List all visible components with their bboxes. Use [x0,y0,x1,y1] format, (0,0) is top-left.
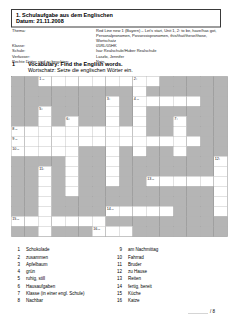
word-list-item-8: 8Nachbar [12,297,112,304]
answer-cell[interactable] [66,177,80,187]
blocked-cell [174,157,188,167]
blocked-cell [147,117,161,127]
meta-label: Schule: [12,49,96,54]
blocked-cell [12,107,26,117]
blocked-cell [79,97,93,107]
word-number: 8 [12,297,26,304]
blocked-cell [52,167,66,177]
blocked-cell [79,167,93,177]
answer-cell[interactable] [174,97,188,107]
blocked-cell [214,97,228,107]
blocked-cell [133,157,147,167]
answer-cell[interactable] [120,77,134,87]
blocked-cell [160,107,174,117]
blocked-cell [66,107,80,117]
word-text: Nachbar [26,297,112,304]
answer-cell[interactable] [39,127,53,137]
blocked-cell [214,217,228,227]
word-number: 12 [114,268,128,275]
word-list-item-3: 3Apfelbaum [12,261,112,268]
blocked-cell [174,197,188,207]
answer-cell[interactable] [39,147,53,157]
blocked-cell [79,107,93,117]
crossword-grid: 1→2↓3↓4→5↓6↓7↓8→9→10→12↓11↓13→14→15→16→ [11,76,228,237]
blocked-cell [174,107,188,117]
blocked-cell [25,77,39,87]
answer-cell[interactable] [79,217,93,227]
word-list-item-11: 11Bruder [114,261,219,268]
answer-cell[interactable]: 13→ [147,177,161,187]
blocked-cell [201,137,215,147]
answer-cell[interactable] [25,217,39,227]
word-text: fertig, bereit [128,282,219,289]
blocked-cell [52,207,66,217]
answer-cell[interactable] [187,177,201,187]
answer-cell[interactable]: 12↓ [214,157,228,167]
blocked-cell [52,187,66,197]
blocked-cell [52,97,66,107]
answer-cell[interactable]: 11↓ [39,167,53,177]
blocked-cell [79,207,93,217]
answer-cell[interactable] [133,207,147,217]
blocked-cell [120,107,134,117]
answer-cell[interactable] [214,167,228,177]
blocked-cell [120,167,134,177]
answer-cell[interactable] [174,127,188,137]
answer-cell[interactable] [133,127,147,137]
worksheet-date: Datum: 21.11.2008 [16,18,216,25]
clue-number-9: 9→ [12,137,18,142]
blocked-cell [52,157,66,167]
answer-cell[interactable] [214,197,228,207]
blocked-cell [120,177,134,187]
word-number: 2 [12,253,26,260]
answer-cell[interactable] [106,147,120,157]
blocked-cell [160,127,174,137]
clue-number-14: 14→ [107,207,114,212]
answer-cell[interactable] [66,137,80,147]
blocked-cell [52,177,66,187]
answer-cell[interactable] [106,177,120,187]
blocked-cell [93,167,107,177]
answer-cell[interactable] [66,147,80,157]
blocked-cell [93,107,107,117]
blocked-cell [25,227,39,237]
answer-cell[interactable] [93,127,107,137]
blocked-cell [187,227,201,237]
blocked-cell [79,227,93,237]
answer-cell[interactable] [39,117,53,127]
blocked-cell [187,187,201,197]
answer-cell[interactable] [66,127,80,137]
clue-number-8: 8→ [12,127,18,132]
clue-number-15: 15→ [12,217,19,222]
answer-cell[interactable] [147,97,161,107]
word-text: Katze [128,297,219,304]
blocked-cell [160,197,174,207]
blocked-cell [160,167,174,177]
blocked-cell [25,207,39,217]
answer-cell[interactable] [39,207,53,217]
blocked-cell [174,77,188,87]
word-number: 3 [12,261,26,268]
blocked-cell [187,217,201,227]
blocked-cell [12,197,26,207]
word-list-item-9: 9am Nachmittag [114,246,219,253]
word-text: Hausaufgaben [26,282,112,289]
answer-cell[interactable] [147,137,161,147]
blocked-cell [201,97,215,107]
blocked-cell [201,217,215,227]
answer-cell[interactable] [133,117,147,127]
answer-cell[interactable] [39,137,53,147]
word-text: Klasse (in einer engl. Schule) [26,290,112,297]
blocked-cell [93,157,107,167]
clue-number-2: 2↓ [134,77,138,82]
word-text: zu Hause [128,268,219,275]
answer-cell[interactable]: 4→ [133,97,147,107]
word-number: 6 [12,282,26,289]
answer-cell[interactable]: 10→ [12,147,26,157]
blocked-cell [187,107,201,117]
answer-cell[interactable] [106,167,120,177]
word-text: Küche [128,290,219,297]
clue-number-16: 16→ [93,227,100,232]
word-text: Bruder [128,261,219,268]
answer-cell[interactable] [160,97,174,107]
answer-cell[interactable] [79,137,93,147]
answer-cell[interactable]: 7↓ [174,117,188,127]
answer-cell[interactable] [39,187,53,197]
word-text: Fahrrad [128,253,219,260]
answer-cell[interactable] [25,137,39,147]
blocked-cell [187,147,201,157]
blocked-cell [147,87,161,97]
blocked-cell [174,187,188,197]
blocked-cell [201,77,215,87]
clue-number-3: 3↓ [107,97,111,102]
answer-cell[interactable] [174,137,188,147]
answer-cell[interactable] [25,127,39,137]
answer-cell[interactable] [174,147,188,157]
blocked-cell [12,207,26,217]
answer-cell[interactable] [106,117,120,127]
answer-cell[interactable] [66,77,80,87]
answer-cell[interactable]: 6↓ [66,117,80,127]
meta-row-schule: Schule: Isar Realschule/Huber Realschule [12,49,222,54]
meta-value: Red Line new 1 (Bayern) – Let's start, U… [96,29,219,43]
answer-cell[interactable] [120,127,134,137]
blocked-cell [93,187,107,197]
blocked-cell [187,87,201,97]
blocked-cell [174,207,188,217]
blocked-cell [25,117,39,127]
blocked-cell [214,77,228,87]
meta-label: Thema: [12,29,96,43]
task-heading: 1 Vocabulary: Find the English words. Wo… [12,61,133,74]
blocked-cell [147,157,161,167]
blocked-cell [66,197,80,207]
blocked-cell [12,187,26,197]
blocked-cell [214,117,228,127]
blocked-cell [120,187,134,197]
blocked-cell [201,87,215,97]
answer-cell[interactable] [39,227,53,237]
blocked-cell [147,217,161,227]
answer-cell[interactable] [79,127,93,137]
blocked-cell [147,187,161,197]
blocked-cell [25,107,39,117]
clue-number-1: 1→ [39,77,45,82]
blocked-cell [12,157,26,167]
answer-cell[interactable] [52,77,66,87]
word-number: 14 [114,282,128,289]
word-text: ruhig, still [26,275,112,282]
blocked-cell [25,87,39,97]
answer-cell[interactable] [79,77,93,87]
word-list-item-7: 7Klasse (in einer engl. Schule) [12,290,112,297]
word-number: 13 [114,275,128,282]
blocked-cell [120,217,134,227]
blocked-cell [25,167,39,177]
blocked-cell [174,87,188,97]
answer-cell[interactable] [39,217,53,227]
blocked-cell [214,87,228,97]
blocked-cell [201,157,215,167]
blocked-cell [52,87,66,97]
blocked-cell [133,177,147,187]
blocked-cell [93,147,107,157]
word-list-item-2: 2zusammen [12,253,112,260]
blocked-cell [12,117,26,127]
answer-cell[interactable] [187,137,201,147]
answer-cell[interactable]: 15→ [12,217,26,227]
word-list-item-10: 10Fahrrad [114,253,219,260]
answer-cell[interactable] [133,107,147,117]
answer-cell[interactable] [106,77,120,87]
answer-cell[interactable] [174,177,188,187]
blocked-cell [160,117,174,127]
header-box: 1. Schulaufgabe aus dem Englischen Datum… [11,9,221,28]
word-number: 9 [114,246,128,253]
blocked-cell [93,207,107,217]
blocked-cell [25,197,39,207]
blocked-cell [39,157,53,167]
answer-cell[interactable]: 1→ [39,77,53,87]
meta-value: 05RL/05HK [96,43,219,48]
blocked-cell [93,197,107,207]
word-text: grün [26,268,112,275]
blocked-cell [201,197,215,207]
score-blank-line [187,309,208,314]
blocked-cell [79,117,93,127]
blocked-cell [201,207,215,217]
answer-cell[interactable] [66,167,80,177]
answer-cell[interactable] [39,197,53,207]
meta-row-thema: Thema: Red Line new 1 (Bayern) – Let's s… [12,29,222,43]
blocked-cell [187,77,201,87]
answer-cell[interactable] [106,127,120,137]
blocked-cell [147,227,161,237]
blocked-cell [133,227,147,237]
blocked-cell [187,167,201,177]
blocked-cell [25,187,39,197]
blocked-cell [214,127,228,137]
blocked-cell [12,227,26,237]
word-number: 15 [114,290,128,297]
answer-cell[interactable]: 14→ [106,207,120,217]
blocked-cell [52,227,66,237]
answer-cell[interactable] [39,177,53,187]
worksheet-page: 1. Schulaufgabe aus dem Englischen Datum… [0,0,228,323]
blocked-cell [187,207,201,217]
blocked-cell [93,177,107,187]
clue-number-6: 6↓ [66,117,70,122]
answer-cell[interactable] [52,217,66,227]
score-max-label: / 8 [210,309,215,314]
blocked-cell [12,167,26,177]
answer-cell[interactable] [160,137,174,147]
word-list-item-12: 12zu Hause [114,268,219,275]
word-list-item-14: 14fertig, bereit [114,282,219,289]
blocked-cell [79,177,93,187]
answer-cell[interactable] [25,147,39,157]
task-number: 1 [12,61,28,74]
answer-cell[interactable] [133,137,147,147]
blocked-cell [79,157,93,167]
task-subtitle: Wortschatz: Setze die englischen Wörter … [28,67,133,74]
answer-cell[interactable]: 9→ [12,137,26,147]
blocked-cell [120,87,134,97]
answer-cell[interactable] [120,227,134,237]
answer-cell[interactable] [147,77,161,87]
meta-row-verfasser: Verfasser: Laszlo, Jennifer [12,54,222,59]
answer-cell[interactable] [214,187,228,197]
blocked-cell [93,97,107,107]
blocked-cell [214,137,228,147]
blocked-cell [25,97,39,107]
word-text: Schokolade [26,246,112,253]
answer-cell[interactable] [160,177,174,187]
blocked-cell [52,107,66,117]
answer-cell[interactable] [133,147,147,157]
answer-cell[interactable]: 2↓ [133,77,147,87]
blocked-cell [79,197,93,207]
answer-cell[interactable] [93,217,107,227]
blocked-cell [12,97,26,107]
blocked-cell [79,147,93,157]
word-text: Apfelbaum [26,261,112,268]
blocked-cell [201,187,215,197]
answer-cell[interactable] [66,187,80,197]
blocked-cell [106,197,120,207]
answer-cell[interactable] [52,127,66,137]
blocked-cell [12,177,26,187]
clue-number-10: 10→ [12,147,19,152]
answer-cell[interactable] [214,207,228,217]
word-list-item-6: 6Hausaufgaben [12,282,112,289]
meta-value: Isar Realschule/Huber Realschule [96,49,219,54]
blocked-cell [66,97,80,107]
blocked-cell [120,117,134,127]
clue-number-11: 11↓ [39,167,44,172]
answer-cell[interactable]: 8→ [12,127,26,137]
answer-cell[interactable] [106,227,120,237]
meta-row-klasse: Klasse: 05RL/05HK [12,43,222,48]
word-list-item-4: 4grün [12,268,112,275]
blocked-cell [201,227,215,237]
blocked-cell [39,87,53,97]
blocked-cell [147,197,161,207]
blocked-cell [187,127,201,137]
answer-cell[interactable] [147,207,161,217]
blocked-cell [66,207,80,217]
blocked-cell [12,77,26,87]
blocked-cell [39,97,53,107]
answer-cell[interactable]: 5↓ [39,107,53,117]
blocked-cell [201,167,215,177]
word-text: Reiten [128,275,219,282]
word-number: 10 [114,253,128,260]
blocked-cell [214,147,228,157]
blocked-cell [120,147,134,157]
blocked-cell [160,87,174,97]
word-list-item-15: 15Küche [114,290,219,297]
answer-cell[interactable] [133,87,147,97]
word-number: 7 [12,290,26,297]
blocked-cell [160,147,174,157]
clue-number-7: 7↓ [174,117,178,122]
word-list-item-1: 1Schokolade [12,246,112,253]
blocked-cell [106,87,120,97]
answer-cell[interactable] [120,137,134,147]
word-number: 11 [114,261,128,268]
answer-cell[interactable] [120,207,134,217]
answer-cell[interactable] [66,157,80,167]
answer-cell[interactable] [66,217,80,227]
answer-cell[interactable] [93,77,107,87]
answer-cell[interactable] [106,107,120,117]
blocked-cell [79,187,93,197]
blocked-cell [174,227,188,237]
answer-cell[interactable] [187,97,201,107]
answer-cell[interactable] [106,137,120,147]
word-number: 1 [12,246,26,253]
blocked-cell [147,167,161,177]
blocked-cell [106,187,120,197]
answer-cell[interactable] [160,207,174,217]
blocked-cell [120,197,134,207]
blocked-cell [12,87,26,97]
answer-cell[interactable] [214,177,228,187]
blocked-cell [66,87,80,97]
word-text: zusammen [26,253,112,260]
blocked-cell [120,97,134,107]
answer-cell[interactable]: 16→ [93,227,107,237]
word-list-right-column: 9am Nachmittag10Fahrrad11Bruder12zu Haus… [114,246,219,304]
blocked-cell [93,117,107,127]
meta-label: Klasse: [12,43,96,48]
answer-cell[interactable] [52,137,66,147]
word-list-left-column: 1Schokolade2zusammen3Apfelbaum4grün5ruhi… [12,246,112,304]
blocked-cell [120,157,134,167]
answer-cell[interactable] [201,177,215,187]
answer-cell[interactable] [93,137,107,147]
answer-cell[interactable]: 3↓ [106,97,120,107]
answer-cell[interactable] [52,147,66,157]
answer-cell[interactable] [106,157,120,167]
blocked-cell [25,157,39,167]
